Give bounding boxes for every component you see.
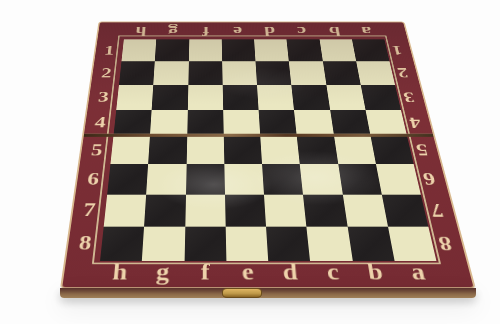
file-label-c: c bbox=[310, 258, 356, 288]
square-d3 bbox=[257, 85, 294, 110]
board-scene: hgfedcba hgfedcba 12345678 12345678 bbox=[60, 0, 476, 289]
square-d5 bbox=[260, 136, 300, 164]
square-f5 bbox=[186, 136, 224, 164]
square-g3 bbox=[152, 85, 188, 110]
rank-label-5: 5 bbox=[80, 136, 114, 164]
square-c7 bbox=[303, 194, 347, 226]
square-h1 bbox=[121, 39, 156, 61]
square-b6 bbox=[338, 164, 382, 194]
square-h8 bbox=[100, 226, 144, 260]
square-g7 bbox=[144, 194, 185, 226]
square-e6 bbox=[224, 164, 264, 194]
square-g2 bbox=[153, 61, 188, 84]
file-label-d: d bbox=[268, 258, 313, 288]
file-label-d: d bbox=[253, 22, 287, 39]
square-a6 bbox=[376, 164, 421, 194]
file-label-h: h bbox=[124, 22, 158, 39]
square-b2 bbox=[323, 61, 361, 84]
square-h6 bbox=[107, 164, 148, 194]
square-d8 bbox=[266, 226, 310, 260]
square-b3 bbox=[326, 85, 365, 110]
square-a1 bbox=[352, 39, 390, 61]
rank-label-8: 8 bbox=[66, 226, 104, 260]
square-h4 bbox=[113, 110, 151, 136]
square-d6 bbox=[262, 164, 303, 194]
square-a7 bbox=[382, 194, 429, 226]
file-label-a: a bbox=[394, 258, 443, 288]
file-label-f: f bbox=[189, 22, 222, 39]
rank-label-1: 1 bbox=[94, 39, 123, 61]
file-label-g: g bbox=[156, 22, 189, 39]
square-f2 bbox=[188, 61, 223, 84]
square-e2 bbox=[222, 61, 257, 84]
square-f6 bbox=[186, 164, 225, 194]
square-e1 bbox=[222, 39, 256, 61]
square-c4 bbox=[294, 110, 334, 136]
square-g6 bbox=[146, 164, 186, 194]
square-c2 bbox=[289, 61, 326, 84]
square-h3 bbox=[116, 85, 153, 110]
square-c6 bbox=[300, 164, 342, 194]
square-b7 bbox=[342, 194, 387, 226]
board-side-edge bbox=[60, 288, 476, 298]
squares-grid bbox=[100, 39, 436, 261]
square-c1 bbox=[287, 39, 323, 61]
square-c3 bbox=[291, 85, 329, 110]
square-d7 bbox=[264, 194, 307, 226]
fold-seam bbox=[84, 134, 434, 137]
square-a5 bbox=[370, 136, 413, 164]
rank-label-3: 3 bbox=[87, 85, 118, 110]
square-f7 bbox=[185, 194, 226, 226]
square-d4 bbox=[259, 110, 297, 136]
file-labels-bottom: hgfedcba bbox=[97, 258, 442, 288]
file-label-f: f bbox=[184, 258, 227, 288]
photo-background: hgfedcba hgfedcba 12345678 12345678 bbox=[0, 0, 500, 324]
square-h7 bbox=[104, 194, 147, 226]
chess-board: hgfedcba hgfedcba 12345678 12345678 bbox=[60, 21, 476, 289]
square-a3 bbox=[361, 85, 401, 110]
square-g4 bbox=[150, 110, 187, 136]
square-e5 bbox=[224, 136, 262, 164]
file-label-g: g bbox=[140, 258, 184, 288]
square-g5 bbox=[148, 136, 187, 164]
file-label-c: c bbox=[285, 22, 319, 39]
file-labels-top: hgfedcba bbox=[124, 22, 385, 39]
square-a2 bbox=[356, 61, 395, 84]
square-b8 bbox=[347, 226, 394, 260]
square-e4 bbox=[223, 110, 260, 136]
square-d1 bbox=[254, 39, 289, 61]
brass-clasp-icon bbox=[222, 288, 262, 298]
square-d2 bbox=[255, 61, 291, 84]
rank-label-2: 2 bbox=[91, 61, 121, 84]
square-g8 bbox=[142, 226, 185, 260]
rank-label-4: 4 bbox=[84, 110, 117, 136]
square-e7 bbox=[225, 194, 266, 226]
square-a4 bbox=[365, 110, 407, 136]
square-h5 bbox=[110, 136, 150, 164]
square-f4 bbox=[187, 110, 224, 136]
square-b1 bbox=[319, 39, 356, 61]
square-g1 bbox=[155, 39, 189, 61]
square-e8 bbox=[225, 226, 268, 260]
file-label-b: b bbox=[317, 22, 352, 39]
file-label-e: e bbox=[226, 258, 270, 288]
square-a8 bbox=[388, 226, 437, 260]
file-label-h: h bbox=[97, 258, 142, 288]
rank-label-6: 6 bbox=[75, 164, 110, 194]
square-c8 bbox=[307, 226, 353, 260]
file-label-a: a bbox=[349, 22, 385, 39]
square-f1 bbox=[188, 39, 222, 61]
square-b5 bbox=[334, 136, 376, 164]
square-f8 bbox=[184, 226, 226, 260]
square-b4 bbox=[330, 110, 371, 136]
square-h2 bbox=[119, 61, 155, 84]
rank-label-7: 7 bbox=[71, 194, 107, 226]
file-label-e: e bbox=[221, 22, 254, 39]
square-f3 bbox=[187, 85, 223, 110]
square-e3 bbox=[222, 85, 258, 110]
file-label-b: b bbox=[352, 258, 400, 288]
square-c5 bbox=[297, 136, 338, 164]
